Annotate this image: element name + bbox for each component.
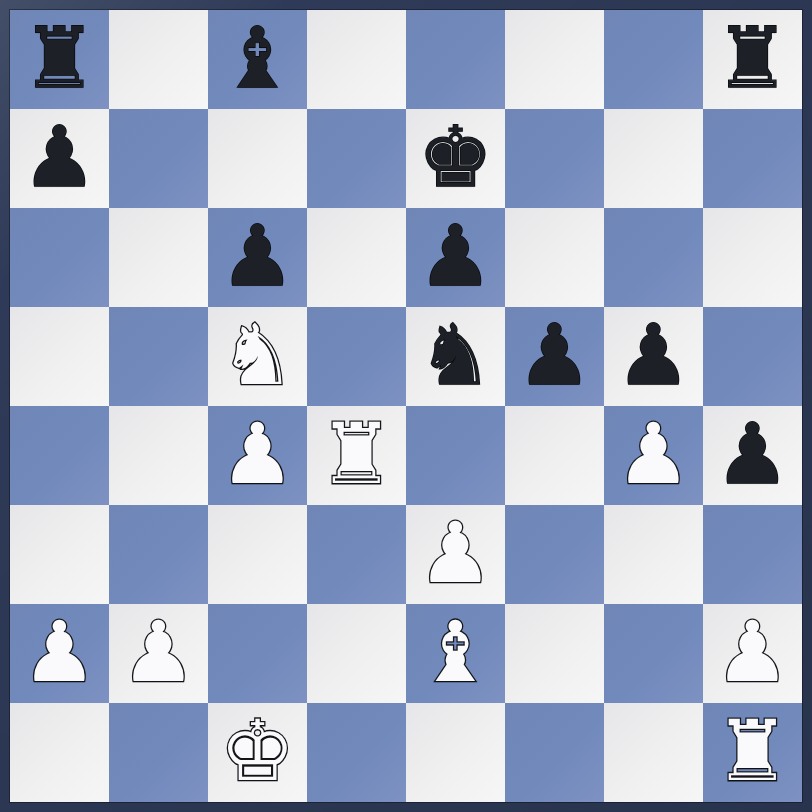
square-g1[interactable] xyxy=(604,703,703,802)
white-pawn-c4[interactable]: ♟ xyxy=(220,412,295,496)
square-c3[interactable] xyxy=(208,505,307,604)
square-f5[interactable]: ♟ xyxy=(505,307,604,406)
square-h8[interactable]: ♜ xyxy=(703,10,802,109)
square-a7[interactable]: ♟ xyxy=(10,109,109,208)
square-a1[interactable] xyxy=(10,703,109,802)
black-pawn-a7[interactable]: ♟ xyxy=(22,115,97,199)
square-e8[interactable] xyxy=(406,10,505,109)
square-f1[interactable] xyxy=(505,703,604,802)
square-d6[interactable] xyxy=(307,208,406,307)
white-bishop-e2[interactable]: ♝ xyxy=(418,610,493,694)
square-d4[interactable]: ♜ xyxy=(307,406,406,505)
square-a2[interactable]: ♟ xyxy=(10,604,109,703)
square-a6[interactable] xyxy=(10,208,109,307)
black-knight-e5[interactable]: ♞ xyxy=(418,313,493,397)
black-pawn-c6[interactable]: ♟ xyxy=(220,214,295,298)
square-e3[interactable]: ♟ xyxy=(406,505,505,604)
chess-board-frame: ♜♝♜♟♚♟♟♞♞♟♟♟♜♟♟♟♟♟♝♟♚♜ xyxy=(0,0,812,812)
square-d3[interactable] xyxy=(307,505,406,604)
square-e7[interactable]: ♚ xyxy=(406,109,505,208)
square-h7[interactable] xyxy=(703,109,802,208)
square-d5[interactable] xyxy=(307,307,406,406)
white-rook-d4[interactable]: ♜ xyxy=(319,412,394,496)
square-c6[interactable]: ♟ xyxy=(208,208,307,307)
square-d2[interactable] xyxy=(307,604,406,703)
square-h4[interactable]: ♟ xyxy=(703,406,802,505)
square-c8[interactable]: ♝ xyxy=(208,10,307,109)
square-c7[interactable] xyxy=(208,109,307,208)
square-c2[interactable] xyxy=(208,604,307,703)
square-g7[interactable] xyxy=(604,109,703,208)
square-f6[interactable] xyxy=(505,208,604,307)
square-a3[interactable] xyxy=(10,505,109,604)
square-h6[interactable] xyxy=(703,208,802,307)
black-pawn-e6[interactable]: ♟ xyxy=(418,214,493,298)
square-d7[interactable] xyxy=(307,109,406,208)
square-e6[interactable]: ♟ xyxy=(406,208,505,307)
square-b5[interactable] xyxy=(109,307,208,406)
square-a5[interactable] xyxy=(10,307,109,406)
white-pawn-h2[interactable]: ♟ xyxy=(715,610,790,694)
square-d8[interactable] xyxy=(307,10,406,109)
square-b2[interactable]: ♟ xyxy=(109,604,208,703)
square-g8[interactable] xyxy=(604,10,703,109)
white-knight-c5[interactable]: ♞ xyxy=(220,313,295,397)
square-g4[interactable]: ♟ xyxy=(604,406,703,505)
square-b7[interactable] xyxy=(109,109,208,208)
square-c5[interactable]: ♞ xyxy=(208,307,307,406)
square-g3[interactable] xyxy=(604,505,703,604)
white-pawn-g4[interactable]: ♟ xyxy=(616,412,691,496)
square-e4[interactable] xyxy=(406,406,505,505)
square-b3[interactable] xyxy=(109,505,208,604)
square-b6[interactable] xyxy=(109,208,208,307)
black-pawn-g5[interactable]: ♟ xyxy=(616,313,691,397)
black-bishop-c8[interactable]: ♝ xyxy=(220,16,295,100)
white-rook-h1[interactable]: ♜ xyxy=(715,709,790,793)
black-pawn-h4[interactable]: ♟ xyxy=(715,412,790,496)
white-pawn-e3[interactable]: ♟ xyxy=(418,511,493,595)
chess-board: ♜♝♜♟♚♟♟♞♞♟♟♟♜♟♟♟♟♟♝♟♚♜ xyxy=(10,10,802,802)
square-h5[interactable] xyxy=(703,307,802,406)
square-g2[interactable] xyxy=(604,604,703,703)
square-b4[interactable] xyxy=(109,406,208,505)
black-rook-a8[interactable]: ♜ xyxy=(22,16,97,100)
square-e1[interactable] xyxy=(406,703,505,802)
white-king-c1[interactable]: ♚ xyxy=(220,709,295,793)
square-f7[interactable] xyxy=(505,109,604,208)
black-king-e7[interactable]: ♚ xyxy=(418,115,493,199)
square-e2[interactable]: ♝ xyxy=(406,604,505,703)
square-e5[interactable]: ♞ xyxy=(406,307,505,406)
square-h3[interactable] xyxy=(703,505,802,604)
square-b1[interactable] xyxy=(109,703,208,802)
square-c1[interactable]: ♚ xyxy=(208,703,307,802)
white-pawn-b2[interactable]: ♟ xyxy=(121,610,196,694)
black-rook-h8[interactable]: ♜ xyxy=(715,16,790,100)
square-g5[interactable]: ♟ xyxy=(604,307,703,406)
square-f3[interactable] xyxy=(505,505,604,604)
white-pawn-a2[interactable]: ♟ xyxy=(22,610,97,694)
square-g6[interactable] xyxy=(604,208,703,307)
square-f4[interactable] xyxy=(505,406,604,505)
square-b8[interactable] xyxy=(109,10,208,109)
square-h2[interactable]: ♟ xyxy=(703,604,802,703)
square-d1[interactable] xyxy=(307,703,406,802)
square-h1[interactable]: ♜ xyxy=(703,703,802,802)
square-a8[interactable]: ♜ xyxy=(10,10,109,109)
square-c4[interactable]: ♟ xyxy=(208,406,307,505)
square-f8[interactable] xyxy=(505,10,604,109)
square-a4[interactable] xyxy=(10,406,109,505)
square-f2[interactable] xyxy=(505,604,604,703)
black-pawn-f5[interactable]: ♟ xyxy=(517,313,592,397)
